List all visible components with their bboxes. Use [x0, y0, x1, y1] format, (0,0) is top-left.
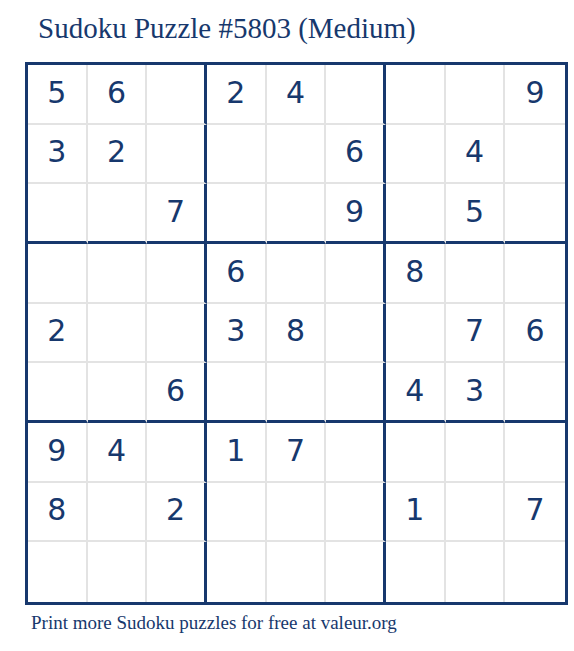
cell-r1c1: 5	[28, 65, 88, 125]
cell-r8c1: 8	[28, 483, 88, 543]
cell-r3c4	[207, 184, 267, 244]
cell-r6c9	[505, 363, 565, 423]
cell-r2c2: 2	[88, 125, 148, 185]
cell-r9c5	[267, 542, 327, 602]
cell-r3c3: 7	[147, 184, 207, 244]
cell-r7c9	[505, 423, 565, 483]
cell-r4c1	[28, 244, 88, 304]
cell-r7c2: 4	[88, 423, 148, 483]
sudoku-board: 562493264795682387664394178217	[25, 62, 568, 605]
cell-r9c8	[446, 542, 506, 602]
cell-r4c7: 8	[386, 244, 446, 304]
cell-r9c7	[386, 542, 446, 602]
cell-r4c8	[446, 244, 506, 304]
cell-r9c4	[207, 542, 267, 602]
cell-r8c5	[267, 483, 327, 543]
cell-r6c7: 4	[386, 363, 446, 423]
cell-r6c2	[88, 363, 148, 423]
cell-r6c6	[326, 363, 386, 423]
cell-r9c9	[505, 542, 565, 602]
cell-r3c1	[28, 184, 88, 244]
cell-r5c7	[386, 304, 446, 364]
cell-r3c6: 9	[326, 184, 386, 244]
cell-r1c9: 9	[505, 65, 565, 125]
cell-r5c6	[326, 304, 386, 364]
cell-r6c4	[207, 363, 267, 423]
cell-r1c3	[147, 65, 207, 125]
cell-r4c6	[326, 244, 386, 304]
cell-r8c8	[446, 483, 506, 543]
cell-r1c8	[446, 65, 506, 125]
cell-r9c2	[88, 542, 148, 602]
cell-r5c8: 7	[446, 304, 506, 364]
cell-r2c8: 4	[446, 125, 506, 185]
cell-r3c9	[505, 184, 565, 244]
cell-r2c4	[207, 125, 267, 185]
cell-r7c4: 1	[207, 423, 267, 483]
cell-r5c9: 6	[505, 304, 565, 364]
cell-r4c4: 6	[207, 244, 267, 304]
cell-r3c2	[88, 184, 148, 244]
cell-r5c4: 3	[207, 304, 267, 364]
cell-r4c5	[267, 244, 327, 304]
cell-r7c5: 7	[267, 423, 327, 483]
cell-r9c3	[147, 542, 207, 602]
cell-r2c5	[267, 125, 327, 185]
cell-r6c8: 3	[446, 363, 506, 423]
cell-r5c5: 8	[267, 304, 327, 364]
cell-r8c4	[207, 483, 267, 543]
cell-r8c6	[326, 483, 386, 543]
cell-r1c6	[326, 65, 386, 125]
cell-r4c9	[505, 244, 565, 304]
cell-r8c7: 1	[386, 483, 446, 543]
cell-r2c1: 3	[28, 125, 88, 185]
cell-r4c2	[88, 244, 148, 304]
cell-r7c3	[147, 423, 207, 483]
cell-r7c6	[326, 423, 386, 483]
cell-r6c1	[28, 363, 88, 423]
cell-r7c1: 9	[28, 423, 88, 483]
cell-r1c2: 6	[88, 65, 148, 125]
cell-r7c8	[446, 423, 506, 483]
cell-r3c8: 5	[446, 184, 506, 244]
cell-r8c2	[88, 483, 148, 543]
cell-r5c3	[147, 304, 207, 364]
cell-r9c1	[28, 542, 88, 602]
cell-r3c5	[267, 184, 327, 244]
cell-r1c5: 4	[267, 65, 327, 125]
cell-r5c2	[88, 304, 148, 364]
cell-r9c6	[326, 542, 386, 602]
footer-text: Print more Sudoku puzzles for free at va…	[31, 612, 397, 634]
cell-r6c5	[267, 363, 327, 423]
cell-r1c4: 2	[207, 65, 267, 125]
cell-r4c3	[147, 244, 207, 304]
cell-r3c7	[386, 184, 446, 244]
cell-r8c3: 2	[147, 483, 207, 543]
page-title: Sudoku Puzzle #5803 (Medium)	[38, 12, 416, 45]
cell-r2c9	[505, 125, 565, 185]
cell-r2c7	[386, 125, 446, 185]
cell-r7c7	[386, 423, 446, 483]
cell-r5c1: 2	[28, 304, 88, 364]
cell-r1c7	[386, 65, 446, 125]
cell-r2c6: 6	[326, 125, 386, 185]
cell-r2c3	[147, 125, 207, 185]
cell-r8c9: 7	[505, 483, 565, 543]
cell-r6c3: 6	[147, 363, 207, 423]
